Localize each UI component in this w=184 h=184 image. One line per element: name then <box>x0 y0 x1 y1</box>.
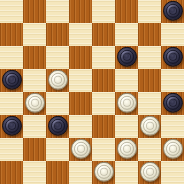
square-a2[interactable] <box>0 138 23 161</box>
square-a1[interactable] <box>0 161 23 184</box>
black-man-h6[interactable] <box>163 46 183 66</box>
black-man-h4[interactable] <box>163 92 183 112</box>
square-b4[interactable] <box>23 92 46 115</box>
square-h4[interactable] <box>161 92 184 115</box>
white-man-h2[interactable] <box>163 138 183 158</box>
square-h5[interactable] <box>161 69 184 92</box>
white-man-b4[interactable] <box>25 92 45 112</box>
square-b8[interactable] <box>23 0 46 23</box>
square-c3[interactable] <box>46 115 69 138</box>
white-man-g3[interactable] <box>140 115 160 135</box>
square-f1[interactable] <box>115 161 138 184</box>
square-c1[interactable] <box>46 161 69 184</box>
square-d6[interactable] <box>69 46 92 69</box>
square-e2[interactable] <box>92 138 115 161</box>
square-c5[interactable] <box>46 69 69 92</box>
square-g1[interactable] <box>138 161 161 184</box>
square-h6[interactable] <box>161 46 184 69</box>
black-man-a5[interactable] <box>2 69 22 89</box>
white-man-g1[interactable] <box>140 161 160 181</box>
square-g3[interactable] <box>138 115 161 138</box>
square-f2[interactable] <box>115 138 138 161</box>
white-man-f2[interactable] <box>117 138 137 158</box>
square-a5[interactable] <box>0 69 23 92</box>
white-man-e1[interactable] <box>94 161 114 181</box>
square-g5[interactable] <box>138 69 161 92</box>
square-b6[interactable] <box>23 46 46 69</box>
square-d5[interactable] <box>69 69 92 92</box>
black-man-a3[interactable] <box>2 115 22 135</box>
square-d7[interactable] <box>69 23 92 46</box>
square-e4[interactable] <box>92 92 115 115</box>
checkers-board <box>0 0 184 184</box>
square-g6[interactable] <box>138 46 161 69</box>
square-d3[interactable] <box>69 115 92 138</box>
black-man-c3[interactable] <box>48 115 68 135</box>
square-f3[interactable] <box>115 115 138 138</box>
square-b2[interactable] <box>23 138 46 161</box>
square-d1[interactable] <box>69 161 92 184</box>
square-h7[interactable] <box>161 23 184 46</box>
white-man-d2[interactable] <box>71 138 91 158</box>
square-g4[interactable] <box>138 92 161 115</box>
square-c8[interactable] <box>46 0 69 23</box>
square-a4[interactable] <box>0 92 23 115</box>
square-e7[interactable] <box>92 23 115 46</box>
white-man-f4[interactable] <box>117 92 137 112</box>
square-e1[interactable] <box>92 161 115 184</box>
square-e3[interactable] <box>92 115 115 138</box>
square-b7[interactable] <box>23 23 46 46</box>
square-f4[interactable] <box>115 92 138 115</box>
square-c4[interactable] <box>46 92 69 115</box>
square-f6[interactable] <box>115 46 138 69</box>
square-g7[interactable] <box>138 23 161 46</box>
square-c6[interactable] <box>46 46 69 69</box>
square-a8[interactable] <box>0 0 23 23</box>
square-d8[interactable] <box>69 0 92 23</box>
square-g2[interactable] <box>138 138 161 161</box>
white-man-c5[interactable] <box>48 69 68 89</box>
square-e8[interactable] <box>92 0 115 23</box>
square-a3[interactable] <box>0 115 23 138</box>
square-f5[interactable] <box>115 69 138 92</box>
square-c2[interactable] <box>46 138 69 161</box>
square-c7[interactable] <box>46 23 69 46</box>
square-a6[interactable] <box>0 46 23 69</box>
black-man-h8[interactable] <box>163 0 183 20</box>
square-b3[interactable] <box>23 115 46 138</box>
square-e5[interactable] <box>92 69 115 92</box>
square-h1[interactable] <box>161 161 184 184</box>
square-d4[interactable] <box>69 92 92 115</box>
square-f7[interactable] <box>115 23 138 46</box>
square-h3[interactable] <box>161 115 184 138</box>
square-f8[interactable] <box>115 0 138 23</box>
square-b1[interactable] <box>23 161 46 184</box>
square-h8[interactable] <box>161 0 184 23</box>
square-h2[interactable] <box>161 138 184 161</box>
square-b5[interactable] <box>23 69 46 92</box>
square-g8[interactable] <box>138 0 161 23</box>
black-man-f6[interactable] <box>117 46 137 66</box>
square-a7[interactable] <box>0 23 23 46</box>
square-e6[interactable] <box>92 46 115 69</box>
square-d2[interactable] <box>69 138 92 161</box>
